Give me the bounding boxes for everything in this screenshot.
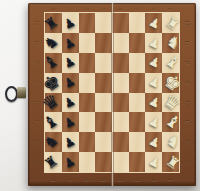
- black-pawn: ♟: [62, 135, 78, 151]
- square-g2: ♟: [145, 33, 162, 53]
- rank-label-3: 3: [132, 172, 142, 189]
- square-c6: [79, 112, 96, 132]
- rank-label-7: 7: [65, 172, 75, 189]
- square-e5: [95, 73, 112, 93]
- rank-label-6: 6: [82, 1, 92, 18]
- white-pawn: ♟: [147, 154, 163, 170]
- square-b1: ♞: [162, 132, 179, 152]
- square-g3: [129, 33, 146, 53]
- square-g1: ♞: [162, 33, 179, 53]
- square-d4: [112, 93, 129, 113]
- white-pawn: ♟: [147, 95, 163, 111]
- square-h2: ♟: [145, 13, 162, 33]
- rank-label-6: 6: [82, 172, 92, 189]
- square-c5: [95, 112, 112, 132]
- square-b7: ♟: [62, 132, 79, 152]
- black-pawn: ♟: [62, 95, 78, 111]
- black-knight: ♞: [41, 132, 61, 153]
- square-a5: [95, 152, 112, 172]
- square-a3: [129, 152, 146, 172]
- square-g7: ♟: [62, 33, 79, 53]
- square-f5: [95, 53, 112, 73]
- square-c4: [112, 112, 129, 132]
- rank-label-2: 2: [149, 172, 159, 189]
- square-h7: ♟: [62, 13, 79, 33]
- rank-label-5: 5: [99, 172, 109, 189]
- file-labels-left: HGFEDCBA: [31, 13, 43, 172]
- square-g6: [79, 33, 96, 53]
- black-pawn: ♟: [62, 35, 78, 51]
- square-c8: ♝: [45, 112, 62, 132]
- square-e2: ♟: [145, 73, 162, 93]
- square-f4: [112, 53, 129, 73]
- square-g8: ♞: [45, 33, 62, 53]
- square-b8: ♞: [45, 132, 62, 152]
- white-pawn: ♟: [147, 35, 163, 51]
- square-c3: [129, 112, 146, 132]
- square-d5: [95, 93, 112, 113]
- square-e7: ♟: [62, 73, 79, 93]
- rank-label-4: 4: [115, 172, 125, 189]
- square-a2: ♟: [145, 152, 162, 172]
- white-pawn: ♟: [147, 75, 163, 91]
- white-pawn: ♟: [147, 135, 163, 151]
- square-f2: ♟: [145, 53, 162, 73]
- square-d3: [129, 93, 146, 113]
- square-a1: ♜: [162, 152, 179, 172]
- black-pawn: ♟: [62, 115, 78, 131]
- white-knight: ♞: [162, 132, 182, 153]
- black-pawn: ♟: [62, 154, 78, 170]
- square-c1: ♝: [162, 112, 179, 132]
- square-g5: [95, 33, 112, 53]
- white-pawn: ♟: [147, 55, 163, 71]
- square-a7: ♟: [62, 152, 79, 172]
- white-pawn: ♟: [147, 15, 163, 31]
- square-d6: [79, 93, 96, 113]
- square-d7: ♟: [62, 93, 79, 113]
- square-e6: [79, 73, 96, 93]
- black-rook: ♜: [42, 153, 61, 172]
- square-d1: ♛: [162, 93, 179, 113]
- hinge-seam: [111, 3, 114, 186]
- black-pawn: ♟: [62, 15, 78, 31]
- file-labels-right: HGFEDCBA: [181, 13, 193, 172]
- square-c2: ♟: [145, 112, 162, 132]
- photo-background: HGFEDCBA HGFEDCBA 87654321 87654321 ♜♟♟♜…: [0, 0, 200, 191]
- rank-label-1: 1: [166, 172, 176, 189]
- square-f8: ♝: [45, 53, 62, 73]
- square-f6: [79, 53, 96, 73]
- square-b5: [95, 132, 112, 152]
- white-pawn: ♟: [147, 115, 163, 131]
- square-b2: ♟: [145, 132, 162, 152]
- chess-board: HGFEDCBA HGFEDCBA 87654321 87654321 ♜♟♟♜…: [28, 3, 196, 186]
- black-pawn: ♟: [62, 55, 78, 71]
- square-g4: [112, 33, 129, 53]
- square-d8: ♛: [45, 93, 62, 113]
- square-b3: [129, 132, 146, 152]
- rank-label-5: 5: [99, 1, 109, 18]
- black-pawn: ♟: [62, 75, 78, 91]
- square-c7: ♟: [62, 112, 79, 132]
- square-e4: [112, 73, 129, 93]
- square-f7: ♟: [62, 53, 79, 73]
- square-a6: [79, 152, 96, 172]
- square-h8: ♜: [45, 13, 62, 33]
- square-e3: [129, 73, 146, 93]
- rank-label-3: 3: [132, 1, 142, 18]
- square-f3: [129, 53, 146, 73]
- clasp-plate: [17, 87, 26, 98]
- square-b6: [79, 132, 96, 152]
- square-d2: ♟: [145, 93, 162, 113]
- square-b4: [112, 132, 129, 152]
- square-a4: [112, 152, 129, 172]
- rank-label-4: 4: [115, 1, 125, 18]
- square-a8: ♜: [45, 152, 62, 172]
- rank-label-8: 8: [48, 172, 58, 189]
